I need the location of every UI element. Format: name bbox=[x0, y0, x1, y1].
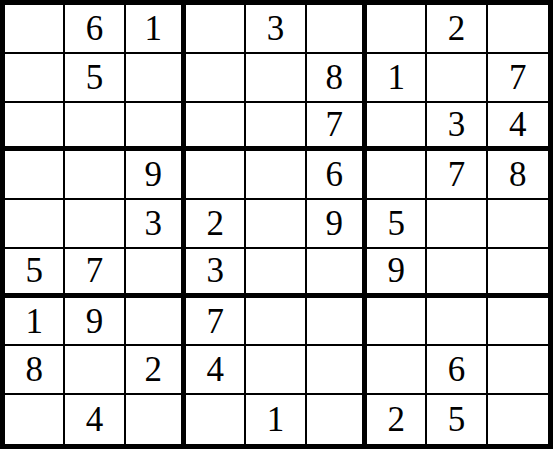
sudoku-cell-r1c4[interactable] bbox=[186, 5, 246, 54]
sudoku-cell-r5c4[interactable]: 2 bbox=[186, 200, 246, 249]
sudoku-cell-r7c8[interactable] bbox=[427, 298, 487, 347]
sudoku-cell-r1c8[interactable]: 2 bbox=[427, 5, 487, 54]
sudoku-cell-r5c7[interactable]: 5 bbox=[367, 200, 427, 249]
sudoku-cell-r1c9[interactable] bbox=[488, 5, 548, 54]
sudoku-cell-r6c8[interactable] bbox=[427, 249, 487, 298]
sudoku-cell-r2c7[interactable]: 1 bbox=[367, 54, 427, 103]
sudoku-cell-r7c9[interactable] bbox=[488, 298, 548, 347]
sudoku-cell-r8c9[interactable] bbox=[488, 346, 548, 395]
sudoku-cell-r9c4[interactable] bbox=[186, 395, 246, 444]
sudoku-cell-r1c3[interactable]: 1 bbox=[126, 5, 186, 54]
sudoku-cell-r8c2[interactable] bbox=[65, 346, 125, 395]
sudoku-cell-r9c6[interactable] bbox=[307, 395, 367, 444]
sudoku-cell-r1c6[interactable] bbox=[307, 5, 367, 54]
sudoku-cell-r8c3[interactable]: 2 bbox=[126, 346, 186, 395]
sudoku-cell-r5c1[interactable] bbox=[5, 200, 65, 249]
sudoku-cell-r7c6[interactable] bbox=[307, 298, 367, 347]
sudoku-cell-r8c4[interactable]: 4 bbox=[186, 346, 246, 395]
sudoku-cell-r8c5[interactable] bbox=[246, 346, 306, 395]
sudoku-cell-r3c7[interactable] bbox=[367, 103, 427, 152]
sudoku-cell-r2c2[interactable]: 5 bbox=[65, 54, 125, 103]
sudoku-cell-r1c1[interactable] bbox=[5, 5, 65, 54]
sudoku-cell-r5c9[interactable] bbox=[488, 200, 548, 249]
sudoku-cell-r7c5[interactable] bbox=[246, 298, 306, 347]
sudoku-cell-r3c4[interactable] bbox=[186, 103, 246, 152]
sudoku-cell-r9c9[interactable] bbox=[488, 395, 548, 444]
sudoku-cell-r6c4[interactable]: 3 bbox=[186, 249, 246, 298]
sudoku-cell-r4c5[interactable] bbox=[246, 151, 306, 200]
sudoku-cell-r3c5[interactable] bbox=[246, 103, 306, 152]
sudoku-cell-r6c5[interactable] bbox=[246, 249, 306, 298]
sudoku-cell-r5c6[interactable]: 9 bbox=[307, 200, 367, 249]
sudoku-cell-r6c2[interactable]: 7 bbox=[65, 249, 125, 298]
sudoku-cell-r8c1[interactable]: 8 bbox=[5, 346, 65, 395]
sudoku-cell-r8c6[interactable] bbox=[307, 346, 367, 395]
sudoku-cell-r4c1[interactable] bbox=[5, 151, 65, 200]
sudoku-cell-r2c4[interactable] bbox=[186, 54, 246, 103]
sudoku-cell-r5c2[interactable] bbox=[65, 200, 125, 249]
sudoku-cell-r2c9[interactable]: 7 bbox=[488, 54, 548, 103]
sudoku-cell-r8c8[interactable]: 6 bbox=[427, 346, 487, 395]
sudoku-cell-r6c1[interactable]: 5 bbox=[5, 249, 65, 298]
sudoku-cell-r2c8[interactable] bbox=[427, 54, 487, 103]
sudoku-cell-r3c2[interactable] bbox=[65, 103, 125, 152]
sudoku-cell-r1c5[interactable]: 3 bbox=[246, 5, 306, 54]
sudoku-cell-r9c7[interactable]: 2 bbox=[367, 395, 427, 444]
sudoku-cell-r5c3[interactable]: 3 bbox=[126, 200, 186, 249]
sudoku-cell-r4c6[interactable]: 6 bbox=[307, 151, 367, 200]
sudoku-grid: 6132581773496783295573919782464125 bbox=[5, 5, 548, 444]
sudoku-cell-r1c7[interactable] bbox=[367, 5, 427, 54]
sudoku-cell-r9c5[interactable]: 1 bbox=[246, 395, 306, 444]
sudoku-cell-r2c5[interactable] bbox=[246, 54, 306, 103]
sudoku-cell-r4c7[interactable] bbox=[367, 151, 427, 200]
sudoku-cell-r9c2[interactable]: 4 bbox=[65, 395, 125, 444]
sudoku-cell-r3c3[interactable] bbox=[126, 103, 186, 152]
sudoku-cell-r9c1[interactable] bbox=[5, 395, 65, 444]
sudoku-cell-r2c1[interactable] bbox=[5, 54, 65, 103]
sudoku-cell-r6c3[interactable] bbox=[126, 249, 186, 298]
sudoku-cell-r1c2[interactable]: 6 bbox=[65, 5, 125, 54]
sudoku-cell-r2c6[interactable]: 8 bbox=[307, 54, 367, 103]
sudoku-cell-r4c2[interactable] bbox=[65, 151, 125, 200]
sudoku-cell-r4c9[interactable]: 8 bbox=[488, 151, 548, 200]
sudoku-cell-r7c2[interactable]: 9 bbox=[65, 298, 125, 347]
sudoku-cell-r6c7[interactable]: 9 bbox=[367, 249, 427, 298]
sudoku-cell-r7c1[interactable]: 1 bbox=[5, 298, 65, 347]
sudoku-cell-r4c4[interactable] bbox=[186, 151, 246, 200]
sudoku-cell-r3c6[interactable]: 7 bbox=[307, 103, 367, 152]
sudoku-cell-r3c1[interactable] bbox=[5, 103, 65, 152]
sudoku-cell-r8c7[interactable] bbox=[367, 346, 427, 395]
sudoku-cell-r4c3[interactable]: 9 bbox=[126, 151, 186, 200]
sudoku-cell-r7c3[interactable] bbox=[126, 298, 186, 347]
sudoku-cell-r7c4[interactable]: 7 bbox=[186, 298, 246, 347]
sudoku-cell-r5c5[interactable] bbox=[246, 200, 306, 249]
sudoku-cell-r5c8[interactable] bbox=[427, 200, 487, 249]
sudoku-cell-r3c8[interactable]: 3 bbox=[427, 103, 487, 152]
sudoku-cell-r6c9[interactable] bbox=[488, 249, 548, 298]
sudoku-board: 6132581773496783295573919782464125 bbox=[0, 0, 553, 449]
sudoku-cell-r9c3[interactable] bbox=[126, 395, 186, 444]
sudoku-cell-r3c9[interactable]: 4 bbox=[488, 103, 548, 152]
sudoku-cell-r2c3[interactable] bbox=[126, 54, 186, 103]
sudoku-cell-r7c7[interactable] bbox=[367, 298, 427, 347]
sudoku-cell-r4c8[interactable]: 7 bbox=[427, 151, 487, 200]
sudoku-cell-r6c6[interactable] bbox=[307, 249, 367, 298]
sudoku-cell-r9c8[interactable]: 5 bbox=[427, 395, 487, 444]
